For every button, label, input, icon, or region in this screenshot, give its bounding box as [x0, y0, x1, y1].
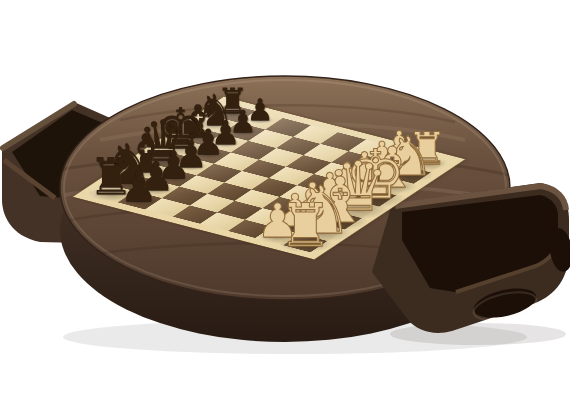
piece-black-pawn-a7[interactable]: ♟: [109, 166, 169, 208]
chess-set-photo: ♜♟♟♜♞♟♟♞♝♟♟♝♚♟♟♚♛♟♟♛♝♟♟♝♞♟♟♞♜♟♟♜: [0, 0, 570, 400]
piece-white-rook-a1[interactable]: ♜: [276, 195, 336, 255]
